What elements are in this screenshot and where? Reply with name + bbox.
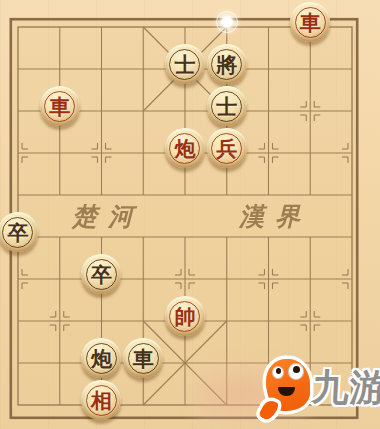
- piece-black-advisor[interactable]: 士: [207, 86, 247, 126]
- piece-glyph: 帥: [174, 306, 195, 327]
- piece-black-general[interactable]: 將: [207, 44, 247, 84]
- piece-black-soldier[interactable]: 卒: [81, 254, 121, 294]
- piece-glyph: 將: [216, 54, 237, 75]
- piece-glyph: 士: [174, 54, 195, 75]
- piece-red-cannon[interactable]: 炮: [165, 128, 205, 168]
- mascot-pupil: [276, 368, 281, 374]
- piece-glyph: 兵: [216, 138, 237, 159]
- last-move-marker: [222, 17, 232, 27]
- piece-glyph: 卒: [7, 222, 28, 243]
- piece-glyph: 車: [300, 12, 321, 33]
- jiuyou-logo: 九游: [258, 351, 380, 423]
- piece-red-chariot[interactable]: 車: [40, 86, 80, 126]
- piece-black-chariot[interactable]: 車: [123, 338, 163, 378]
- mascot-mouth: [278, 387, 295, 396]
- piece-glyph: 車: [49, 96, 70, 117]
- piece-black-cannon[interactable]: 炮: [81, 338, 121, 378]
- jiuyou-mascot-icon: [266, 359, 310, 411]
- mascot-eye-right: [288, 363, 304, 380]
- piece-glyph: 炮: [174, 138, 195, 159]
- piece-red-general[interactable]: 帥: [165, 296, 205, 336]
- piece-black-soldier[interactable]: 卒: [0, 212, 38, 252]
- piece-glyph: 相: [91, 390, 112, 411]
- xiangqi-screenshot: 楚河 漢界 車士將車士炮兵卒卒帥炮車相 九游: [0, 0, 380, 429]
- piece-glyph: 士: [216, 96, 237, 117]
- piece-red-chariot[interactable]: 車: [290, 2, 330, 42]
- piece-red-soldier[interactable]: 兵: [207, 128, 247, 168]
- piece-glyph: 卒: [91, 264, 112, 285]
- piece-red-elephant[interactable]: 相: [81, 380, 121, 420]
- piece-black-advisor[interactable]: 士: [165, 44, 205, 84]
- mascot-eye-left: [272, 366, 284, 379]
- mascot-pupil: [293, 366, 300, 373]
- piece-glyph: 炮: [91, 348, 112, 369]
- jiuyou-logo-text: 九游: [311, 363, 380, 413]
- piece-glyph: 車: [133, 348, 154, 369]
